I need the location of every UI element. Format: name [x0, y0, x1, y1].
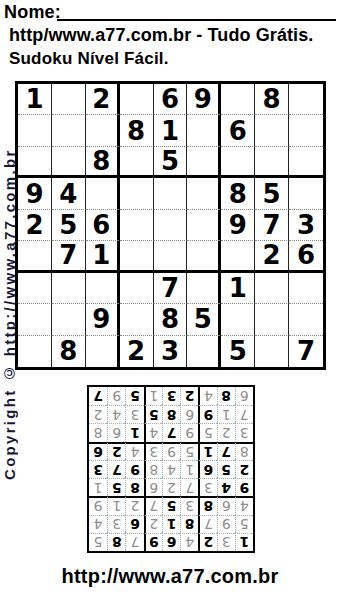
puzzle-cell-r3c6	[187, 147, 221, 178]
puzzle-cell-r1c1: 1	[18, 84, 52, 115]
solution-cell-r9c9: 7	[89, 387, 107, 405]
puzzle-cell-r7c5: 7	[154, 273, 188, 304]
puzzle-cell-r6c5	[154, 241, 188, 272]
solution-cell-r1c9: 5	[89, 533, 107, 551]
solution-cell-r9c8: 9	[107, 387, 125, 405]
solution-cell-r8c9: 2	[89, 405, 107, 423]
solution-cell-r9c4: 2	[180, 387, 198, 405]
puzzle-cell-r4c3	[86, 178, 120, 209]
puzzle-cell-r2c6	[187, 115, 221, 146]
puzzle-cell-r3c3: 8	[86, 147, 120, 178]
solution-cell-r3c7: 2	[125, 496, 143, 514]
puzzle-cell-r6c7	[221, 241, 255, 272]
puzzle-cell-r4c5	[154, 178, 188, 209]
solution-cell-r5c8: 7	[107, 460, 125, 478]
solution-cell-r3c2: 6	[217, 496, 235, 514]
name-fill-in-line	[57, 19, 336, 21]
puzzle-cell-r9c9: 7	[289, 336, 323, 367]
solution-cell-r7c6: 4	[144, 423, 162, 441]
puzzle-cell-r6c4	[120, 241, 154, 272]
puzzle-cell-r1c3: 2	[86, 84, 120, 115]
puzzle-cell-r5c3: 6	[86, 210, 120, 241]
puzzle-cell-r7c4	[120, 273, 154, 304]
solution-cell-r9c1: 6	[235, 387, 253, 405]
puzzle-cell-r4c6	[187, 178, 221, 209]
puzzle-cell-r3c2	[52, 147, 86, 178]
solution-cell-r8c8: 4	[107, 405, 125, 423]
puzzle-cell-r2c9	[289, 115, 323, 146]
solution-cell-r7c7: 1	[125, 423, 143, 441]
puzzle-cell-r6c1	[18, 241, 52, 272]
puzzle-cell-r2c3	[86, 115, 120, 146]
solution-cell-r7c2: 2	[217, 423, 235, 441]
puzzle-cell-r7c3	[86, 273, 120, 304]
solution-cell-r5c7: 9	[125, 460, 143, 478]
solution-cell-r8c7: 3	[125, 405, 143, 423]
solution-cell-r3c4: 3	[180, 496, 198, 514]
sudoku-solution-grid-rotated: 1324697855978126344683572199437268512561…	[87, 385, 255, 553]
solution-cell-r2c2: 9	[217, 515, 235, 533]
puzzle-cell-r8c6: 5	[187, 304, 221, 335]
puzzle-cell-r8c1	[18, 304, 52, 335]
solution-cell-r4c8: 5	[107, 478, 125, 496]
puzzle-cell-r9c3	[86, 336, 120, 367]
puzzle-cell-r1c2	[52, 84, 86, 115]
solution-cell-r6c7: 4	[125, 442, 143, 460]
puzzle-cell-r7c1	[18, 273, 52, 304]
puzzle-cell-r8c7	[221, 304, 255, 335]
puzzle-cell-r4c7: 8	[221, 178, 255, 209]
solution-cell-r6c9: 6	[89, 442, 107, 460]
puzzle-cell-r1c7	[221, 84, 255, 115]
name-label: Nome:	[4, 2, 61, 23]
solution-cell-r6c2: 7	[217, 442, 235, 460]
solution-cell-r1c4: 4	[180, 533, 198, 551]
puzzle-cell-r8c3: 9	[86, 304, 120, 335]
solution-cell-r3c9: 9	[89, 496, 107, 514]
solution-cell-r2c1: 5	[235, 515, 253, 533]
puzzle-cell-r9c5: 3	[154, 336, 188, 367]
solution-cell-r6c8: 2	[107, 442, 125, 460]
solution-cell-r7c8: 6	[107, 423, 125, 441]
puzzle-cell-r2c7: 6	[221, 115, 255, 146]
puzzle-cell-r7c7: 1	[221, 273, 255, 304]
puzzle-cell-r1c5: 6	[154, 84, 188, 115]
puzzle-cell-r8c8	[255, 304, 289, 335]
solution-cell-r5c6: 8	[144, 460, 162, 478]
puzzle-cell-r9c6	[187, 336, 221, 367]
solution-cell-r7c5: 7	[162, 423, 180, 441]
puzzle-cell-r2c1	[18, 115, 52, 146]
solution-cell-r6c3: 1	[198, 442, 216, 460]
sudoku-puzzle-grid: 1269881685948525697371267198582357	[15, 81, 326, 370]
solution-cell-r1c2: 3	[217, 533, 235, 551]
puzzle-cell-r2c8	[255, 115, 289, 146]
puzzle-cell-r2c2	[52, 115, 86, 146]
footer-url: http://www.a77.com.br	[0, 565, 340, 588]
solution-cell-r9c6: 1	[144, 387, 162, 405]
solution-cell-r9c5: 3	[162, 387, 180, 405]
puzzle-cell-r2c4: 8	[120, 115, 154, 146]
solution-cell-r2c6: 2	[144, 515, 162, 533]
puzzle-cell-r8c2	[52, 304, 86, 335]
puzzle-cell-r3c7	[221, 147, 255, 178]
solution-cell-r3c6: 7	[144, 496, 162, 514]
puzzle-cell-r3c9	[289, 147, 323, 178]
solution-cell-r3c5: 5	[162, 496, 180, 514]
puzzle-cell-r7c2	[52, 273, 86, 304]
solution-cell-r8c5: 8	[162, 405, 180, 423]
puzzle-cell-r9c2: 8	[52, 336, 86, 367]
solution-cell-r8c2: 1	[217, 405, 235, 423]
puzzle-cell-r4c4	[120, 178, 154, 209]
puzzle-cell-r4c8: 5	[255, 178, 289, 209]
solution-cell-r4c5: 2	[162, 478, 180, 496]
solution-cell-r8c1: 7	[235, 405, 253, 423]
puzzle-cell-r4c2: 4	[52, 178, 86, 209]
solution-cell-r9c2: 8	[217, 387, 235, 405]
puzzle-cell-r7c8	[255, 273, 289, 304]
solution-cell-r1c6: 9	[144, 533, 162, 551]
solution-cell-r5c3: 6	[198, 460, 216, 478]
sudoku-printable-page: Nome: http/www.a77.com.br - Tudo Grátis.…	[0, 0, 340, 596]
puzzle-cell-r6c3: 1	[86, 241, 120, 272]
puzzle-cell-r6c8: 2	[255, 241, 289, 272]
puzzle-cell-r5c5	[154, 210, 188, 241]
site-header-text: http/www.a77.com.br - Tudo Grátis.	[9, 25, 313, 46]
solution-cell-r2c8: 3	[107, 515, 125, 533]
solution-cell-r4c7: 8	[125, 478, 143, 496]
solution-cell-r4c2: 4	[217, 478, 235, 496]
puzzle-cell-r1c4	[120, 84, 154, 115]
puzzle-cell-r8c4	[120, 304, 154, 335]
solution-cell-r2c7: 6	[125, 515, 143, 533]
puzzle-cell-r4c9	[289, 178, 323, 209]
puzzle-cell-r5c2: 5	[52, 210, 86, 241]
puzzle-cell-r5c8: 7	[255, 210, 289, 241]
solution-cell-r9c3: 4	[198, 387, 216, 405]
puzzle-cell-r5c4	[120, 210, 154, 241]
solution-cell-r5c5: 4	[162, 460, 180, 478]
puzzle-cell-r5c9: 3	[289, 210, 323, 241]
puzzle-cell-r7c6	[187, 273, 221, 304]
solution-cell-r6c5: 9	[162, 442, 180, 460]
puzzle-cell-r9c8	[255, 336, 289, 367]
puzzle-cell-r5c7: 9	[221, 210, 255, 241]
solution-cell-r2c9: 4	[89, 515, 107, 533]
solution-cell-r7c1: 3	[235, 423, 253, 441]
solution-cell-r8c4: 6	[180, 405, 198, 423]
puzzle-cell-r9c1	[18, 336, 52, 367]
puzzle-cell-r9c4: 2	[120, 336, 154, 367]
solution-cell-r4c1: 9	[235, 478, 253, 496]
puzzle-cell-r8c5: 8	[154, 304, 188, 335]
solution-cell-r8c3: 9	[198, 405, 216, 423]
solution-cell-r7c3: 5	[198, 423, 216, 441]
solution-cell-r4c9: 1	[89, 478, 107, 496]
solution-cell-r6c1: 8	[235, 442, 253, 460]
puzzle-cell-r9c7: 5	[221, 336, 255, 367]
puzzle-cell-r6c2: 7	[52, 241, 86, 272]
solution-cell-r4c4: 7	[180, 478, 198, 496]
solution-cell-r5c9: 3	[89, 460, 107, 478]
puzzle-cell-r3c1	[18, 147, 52, 178]
puzzle-level-title: Sudoku Nível Fácil.	[9, 49, 169, 69]
solution-cell-r3c8: 1	[107, 496, 125, 514]
solution-cell-r3c3: 8	[198, 496, 216, 514]
solution-cell-r7c9: 8	[89, 423, 107, 441]
solution-cell-r8c6: 5	[144, 405, 162, 423]
puzzle-cell-r1c9	[289, 84, 323, 115]
puzzle-cell-r7c9	[289, 273, 323, 304]
solution-cell-r6c4: 5	[180, 442, 198, 460]
solution-cell-r1c3: 2	[198, 533, 216, 551]
solution-cell-r9c7: 5	[125, 387, 143, 405]
solution-cell-r1c5: 6	[162, 533, 180, 551]
puzzle-cell-r5c1: 2	[18, 210, 52, 241]
puzzle-cell-r6c6	[187, 241, 221, 272]
solution-cell-r2c3: 7	[198, 515, 216, 533]
puzzle-cell-r3c8	[255, 147, 289, 178]
solution-cell-r4c3: 3	[198, 478, 216, 496]
puzzle-cell-r4c1: 9	[18, 178, 52, 209]
solution-cell-r4c6: 6	[144, 478, 162, 496]
solution-cell-r2c4: 8	[180, 515, 198, 533]
solution-cell-r3c1: 4	[235, 496, 253, 514]
puzzle-cell-r1c6: 9	[187, 84, 221, 115]
solution-cell-r5c4: 1	[180, 460, 198, 478]
puzzle-cell-r8c9	[289, 304, 323, 335]
solution-cell-r6c6: 3	[144, 442, 162, 460]
solution-cell-r7c4: 9	[180, 423, 198, 441]
puzzle-cell-r5c6	[187, 210, 221, 241]
puzzle-cell-r3c4	[120, 147, 154, 178]
puzzle-cell-r3c5: 5	[154, 147, 188, 178]
solution-cell-r1c7: 7	[125, 533, 143, 551]
solution-cell-r2c5: 1	[162, 515, 180, 533]
puzzle-cell-r6c9: 6	[289, 241, 323, 272]
puzzle-cell-r1c8: 8	[255, 84, 289, 115]
solution-cell-r1c1: 1	[235, 533, 253, 551]
solution-cell-r5c1: 2	[235, 460, 253, 478]
solution-cell-r5c2: 5	[217, 460, 235, 478]
puzzle-cell-r2c5: 1	[154, 115, 188, 146]
solution-cell-r1c8: 8	[107, 533, 125, 551]
